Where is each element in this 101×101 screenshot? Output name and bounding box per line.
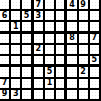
cell-r3c8[interactable] [79,22,90,33]
given-digit: 6 [2,11,8,19]
cell-r6c9[interactable]: 5 [90,56,101,67]
cell-r9c7[interactable] [67,90,78,101]
cell-r7c7[interactable] [67,67,78,78]
cell-r1c6[interactable] [56,0,67,11]
cell-r2c5[interactable] [45,11,56,22]
cell-r1c7[interactable]: 4 [67,0,78,11]
cell-r7c6[interactable] [56,67,67,78]
cell-r4c8[interactable] [79,34,90,45]
given-digit: 1 [47,79,53,87]
cell-r7c3[interactable] [22,67,33,78]
given-digit: 7 [92,34,98,42]
given-digit: 4 [69,0,75,8]
cell-r8c5[interactable]: 1 [45,79,56,90]
cell-r9c6[interactable] [56,90,67,101]
given-digit: 2 [35,45,41,53]
cell-r5c2[interactable] [11,45,22,56]
cell-r6c4[interactable] [34,56,45,67]
cell-r5c7[interactable] [67,45,78,56]
cell-r3c4[interactable] [34,22,45,33]
cell-r1c9[interactable] [90,0,101,11]
given-digit: 5 [24,11,30,19]
cell-r5c8[interactable] [79,45,90,56]
given-digit: 1 [13,22,19,30]
cell-r4c5[interactable] [45,34,56,45]
cell-r8c3[interactable] [22,79,33,90]
cell-r9c9[interactable] [90,90,101,101]
cell-r2c8[interactable] [79,11,90,22]
given-digit: 8 [69,34,75,42]
cell-r6c2[interactable] [11,56,22,67]
cell-r2c4[interactable]: 3 [34,11,45,22]
cell-r2c7[interactable] [67,11,78,22]
cell-r5c4[interactable]: 2 [34,45,45,56]
cell-r6c3[interactable] [22,56,33,67]
cell-r7c4[interactable] [34,67,45,78]
given-digit: 9 [80,0,86,8]
cell-r9c4[interactable] [34,90,45,101]
cell-r7c8[interactable]: 2 [79,67,90,78]
cell-r5c1[interactable] [0,45,11,56]
cell-r8c6[interactable] [56,79,67,90]
cell-r5c3[interactable] [22,45,33,56]
cell-r7c9[interactable] [90,67,101,78]
cell-r4c3[interactable] [22,34,33,45]
cell-r3c6[interactable] [56,22,67,33]
given-digit: 5 [92,56,98,64]
given-digit: 3 [35,11,41,19]
cell-r4c2[interactable] [11,34,22,45]
given-digit: 7 [2,79,8,87]
given-digit: 2 [80,67,86,75]
cell-r9c3[interactable] [22,90,33,101]
cell-r5c6[interactable] [56,45,67,56]
given-digit: 9 [2,90,8,98]
cell-r3c5[interactable] [45,22,56,33]
cell-r4c9[interactable]: 7 [90,34,101,45]
cell-r1c2[interactable] [11,0,22,11]
given-digit: 5 [47,67,53,75]
cell-r1c8[interactable]: 9 [79,0,90,11]
cell-r4c1[interactable] [0,34,11,45]
cell-r8c9[interactable] [90,79,101,90]
given-digit: 3 [13,90,19,98]
cell-r5c5[interactable] [45,45,56,56]
cell-r6c6[interactable] [56,56,67,67]
cell-r9c2[interactable]: 3 [11,90,22,101]
cell-r4c6[interactable] [56,34,67,45]
cell-r8c4[interactable] [34,79,45,90]
cell-r2c9[interactable] [90,11,101,22]
cell-r3c2[interactable]: 1 [11,22,22,33]
cell-r6c7[interactable] [67,56,78,67]
cell-r9c1[interactable]: 9 [0,90,11,101]
cell-r3c3[interactable] [22,22,33,33]
cell-r2c6[interactable] [56,11,67,22]
cell-r8c8[interactable] [79,79,90,90]
cell-r4c7[interactable]: 8 [67,34,78,45]
cell-r3c1[interactable] [0,22,11,33]
cell-r2c3[interactable]: 5 [22,11,33,22]
cell-r7c2[interactable] [11,67,22,78]
cell-r6c1[interactable] [0,56,11,67]
cell-r9c8[interactable] [79,90,90,101]
cell-r2c1[interactable]: 6 [0,11,11,22]
sudoku-board: 74965318725527193 [0,0,101,101]
cell-r1c5[interactable] [45,0,56,11]
given-digit: 7 [35,0,41,8]
cell-r8c7[interactable] [67,79,78,90]
cell-r9c5[interactable] [45,90,56,101]
